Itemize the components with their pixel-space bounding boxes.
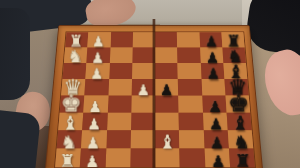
square-f2[interactable]: ♟	[82, 113, 107, 131]
square-c7[interactable]: ♟	[200, 63, 224, 79]
piece-white-pawn[interactable]: ♟	[131, 83, 155, 98]
piece-black-pawn[interactable]: ♟	[201, 67, 224, 82]
square-b2[interactable]: ♟	[87, 47, 110, 63]
piece-black-pawn[interactable]: ♟	[200, 35, 222, 49]
square-a7[interactable]: ♟	[199, 32, 222, 47]
left-player-sleeve-bottom	[0, 110, 41, 168]
piece-white-pawn[interactable]: ♟	[85, 67, 108, 82]
square-h3[interactable]	[105, 148, 130, 167]
square-a5[interactable]	[155, 32, 177, 47]
square-g1[interactable]: ♞	[57, 130, 83, 148]
square-d6[interactable]	[178, 79, 202, 96]
square-h1[interactable]: ♜	[55, 148, 81, 167]
square-a2[interactable]: ♟	[88, 32, 111, 47]
square-d7[interactable]	[201, 79, 225, 96]
square-e6[interactable]	[178, 96, 202, 113]
square-c5[interactable]	[155, 63, 178, 79]
square-h2[interactable]: ♟	[80, 148, 106, 167]
square-c6[interactable]	[178, 63, 201, 79]
square-a3[interactable]	[110, 32, 133, 47]
square-b5[interactable]	[155, 47, 178, 63]
square-f1[interactable]: ♝	[58, 113, 83, 131]
square-e2[interactable]: ♟	[83, 96, 108, 113]
chess-photo-scene: ♜♟♟♜♞♟♟♞♟♟♝♛♟♟♛♚♟♟♚♝♟♟♝♞♟♝♟♞♜♟♟♜	[0, 0, 300, 168]
square-c3[interactable]	[109, 63, 132, 79]
square-d5[interactable]: ♟	[155, 79, 178, 96]
square-b3[interactable]	[109, 47, 132, 63]
piece-white-pawn[interactable]: ♟	[83, 100, 107, 115]
piece-black-knight[interactable]: ♞	[229, 133, 254, 152]
square-g7[interactable]: ♟	[203, 130, 228, 148]
square-a1[interactable]: ♜	[65, 32, 88, 47]
piece-white-pawn[interactable]: ♟	[82, 117, 106, 132]
square-f6[interactable]	[179, 113, 204, 131]
piece-black-pawn[interactable]: ♟	[205, 154, 230, 168]
square-f3[interactable]	[107, 113, 132, 131]
square-e5[interactable]	[155, 96, 179, 113]
square-c2[interactable]: ♟	[86, 63, 110, 79]
square-e8[interactable]: ♚	[225, 96, 250, 113]
square-e7[interactable]: ♟	[202, 96, 227, 113]
piece-black-pawn[interactable]: ♟	[203, 117, 227, 132]
square-b7[interactable]: ♟	[200, 47, 223, 63]
square-a6[interactable]	[177, 32, 200, 47]
square-b1[interactable]: ♞	[64, 47, 88, 63]
square-a8[interactable]: ♜	[221, 32, 244, 47]
square-d3[interactable]	[108, 79, 132, 96]
square-g6[interactable]	[179, 130, 204, 148]
left-player-arm	[0, 8, 30, 100]
piece-white-pawn[interactable]: ♟	[80, 154, 105, 168]
square-f7[interactable]: ♟	[203, 113, 228, 131]
piece-black-pawn[interactable]: ♟	[204, 135, 229, 151]
piece-black-pawn[interactable]: ♟	[203, 100, 227, 115]
piece-white-pawn[interactable]: ♟	[86, 51, 109, 65]
piece-white-pawn[interactable]: ♟	[81, 135, 106, 151]
square-h5[interactable]	[155, 148, 180, 167]
piece-white-bishop[interactable]: ♝	[155, 132, 180, 152]
square-h6[interactable]	[180, 148, 205, 167]
square-e3[interactable]	[107, 96, 131, 113]
square-g3[interactable]	[106, 130, 131, 148]
piece-white-rook[interactable]: ♜	[55, 152, 80, 168]
piece-white-knight[interactable]: ♞	[56, 133, 81, 152]
piece-black-pawn[interactable]: ♟	[155, 83, 179, 98]
piece-black-rook[interactable]: ♜	[230, 152, 255, 168]
square-f8[interactable]: ♝	[226, 113, 251, 131]
square-h7[interactable]: ♟	[204, 148, 230, 167]
square-e1[interactable]: ♚	[60, 96, 85, 113]
piece-black-pawn[interactable]: ♟	[201, 51, 224, 65]
piece-white-pawn[interactable]: ♟	[87, 35, 109, 49]
square-h8[interactable]: ♜	[229, 148, 255, 167]
piece-white-knight[interactable]: ♞	[64, 48, 87, 65]
square-d2[interactable]	[85, 79, 109, 96]
square-f5[interactable]	[155, 113, 179, 131]
square-b6[interactable]	[177, 47, 200, 63]
square-g2[interactable]: ♟	[81, 130, 106, 148]
chess-board: ♜♟♟♜♞♟♟♞♟♟♝♛♟♟♛♚♟♟♚♝♟♟♝♞♟♝♟♞♜♟♟♜	[44, 25, 264, 168]
square-g8[interactable]: ♞	[228, 130, 254, 148]
square-g5[interactable]: ♝	[155, 130, 180, 148]
